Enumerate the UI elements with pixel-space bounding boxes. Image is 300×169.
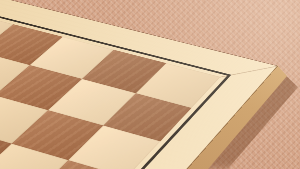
- border-line: [0, 0, 231, 169]
- playing-area: [0, 0, 220, 169]
- chessboard-photo: [0, 0, 300, 169]
- chessboard: [0, 0, 277, 169]
- board-scene: [0, 0, 300, 169]
